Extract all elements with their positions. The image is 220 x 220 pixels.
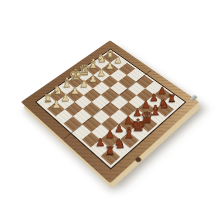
piece-black-knight: ♞ xyxy=(114,136,126,149)
piece-black-pawn: ♟ xyxy=(158,86,167,96)
piece-white-pawn: ♟ xyxy=(80,80,89,90)
piece-white-pawn: ♟ xyxy=(106,61,114,70)
piece-black-rook: ♜ xyxy=(105,146,115,158)
piece-white-pawn: ♟ xyxy=(114,55,122,64)
piece-white-pawn: ♟ xyxy=(61,93,70,103)
chess-set-photo: ♜♞♝♚♛♝♞♜♟♟♟♟♟♟♟♟♟♟♟♟♟♟♟♟♜♞♝♚♛♝♞♜ xyxy=(0,0,220,220)
piece-white-rook: ♜ xyxy=(106,49,115,59)
piece-white-pawn: ♟ xyxy=(97,67,106,76)
pieces-layer: ♜♞♝♚♛♝♞♜♟♟♟♟♟♟♟♟♟♟♟♟♟♟♟♟♜♞♝♚♛♝♞♜ xyxy=(0,0,220,220)
piece-white-pawn: ♟ xyxy=(52,100,61,110)
piece-white-pawn: ♟ xyxy=(71,86,80,96)
piece-white-pawn: ♟ xyxy=(89,73,98,83)
